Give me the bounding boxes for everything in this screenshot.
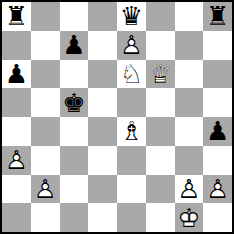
white-pawn-icon: ♙ bbox=[117, 31, 146, 60]
piece-white-queen-f6[interactable]: ♛♕ bbox=[146, 60, 175, 89]
square-d1[interactable] bbox=[88, 203, 117, 232]
piece-black-rook-a8[interactable]: ♜ bbox=[2, 2, 31, 31]
square-g7[interactable] bbox=[175, 31, 204, 60]
square-h2[interactable]: ♟♙ bbox=[203, 175, 232, 204]
square-h3[interactable] bbox=[203, 146, 232, 175]
square-c3[interactable] bbox=[60, 146, 89, 175]
square-d8[interactable] bbox=[88, 2, 117, 31]
square-g3[interactable] bbox=[175, 146, 204, 175]
black-pawn-icon: ♟ bbox=[203, 117, 232, 146]
square-g1[interactable]: ♚♔ bbox=[175, 203, 204, 232]
square-f5[interactable] bbox=[146, 88, 175, 117]
square-h1[interactable] bbox=[203, 203, 232, 232]
square-e4[interactable]: ♝♗ bbox=[117, 117, 146, 146]
square-d2[interactable] bbox=[88, 175, 117, 204]
square-b4[interactable] bbox=[31, 117, 60, 146]
square-c7[interactable]: ♟ bbox=[60, 31, 89, 60]
white-pawn-icon: ♙ bbox=[31, 175, 60, 204]
square-f6[interactable]: ♛♕ bbox=[146, 60, 175, 89]
square-b1[interactable] bbox=[31, 203, 60, 232]
square-f3[interactable] bbox=[146, 146, 175, 175]
square-g2[interactable]: ♟♙ bbox=[175, 175, 204, 204]
square-f2[interactable] bbox=[146, 175, 175, 204]
piece-white-pawn-b2[interactable]: ♟♙ bbox=[31, 175, 60, 204]
piece-black-king-c5[interactable]: ♚ bbox=[60, 88, 89, 117]
black-queen-icon: ♛ bbox=[117, 2, 146, 31]
square-f4[interactable] bbox=[146, 117, 175, 146]
square-e3[interactable] bbox=[117, 146, 146, 175]
white-king-icon: ♔ bbox=[175, 203, 204, 232]
square-e7[interactable]: ♟♙ bbox=[117, 31, 146, 60]
black-pawn-icon: ♟ bbox=[60, 31, 89, 60]
square-a6[interactable]: ♟ bbox=[2, 60, 31, 89]
piece-white-pawn-h2[interactable]: ♟♙ bbox=[203, 175, 232, 204]
piece-white-knight-e6[interactable]: ♞♘ bbox=[117, 60, 146, 89]
square-g8[interactable] bbox=[175, 2, 204, 31]
square-c4[interactable] bbox=[60, 117, 89, 146]
square-a3[interactable]: ♟♙ bbox=[2, 146, 31, 175]
square-f8[interactable] bbox=[146, 2, 175, 31]
square-a1[interactable] bbox=[2, 203, 31, 232]
white-pawn-icon: ♙ bbox=[203, 175, 232, 204]
square-e8[interactable]: ♛ bbox=[117, 2, 146, 31]
piece-black-queen-e8[interactable]: ♛ bbox=[117, 2, 146, 31]
black-king-icon: ♚ bbox=[60, 88, 89, 117]
piece-white-king-g1[interactable]: ♚♔ bbox=[175, 203, 204, 232]
square-h4[interactable]: ♟ bbox=[203, 117, 232, 146]
square-e2[interactable] bbox=[117, 175, 146, 204]
square-g6[interactable] bbox=[175, 60, 204, 89]
square-d5[interactable] bbox=[88, 88, 117, 117]
piece-black-rook-h8[interactable]: ♜ bbox=[203, 2, 232, 31]
square-d7[interactable] bbox=[88, 31, 117, 60]
square-c5[interactable]: ♚ bbox=[60, 88, 89, 117]
square-c2[interactable] bbox=[60, 175, 89, 204]
square-b3[interactable] bbox=[31, 146, 60, 175]
square-c1[interactable] bbox=[60, 203, 89, 232]
piece-black-pawn-a6[interactable]: ♟ bbox=[2, 60, 31, 89]
square-h5[interactable] bbox=[203, 88, 232, 117]
piece-white-pawn-a3[interactable]: ♟♙ bbox=[2, 146, 31, 175]
piece-black-pawn-c7[interactable]: ♟ bbox=[60, 31, 89, 60]
black-pawn-icon: ♟ bbox=[2, 60, 31, 89]
square-b5[interactable] bbox=[31, 88, 60, 117]
square-a4[interactable] bbox=[2, 117, 31, 146]
chess-board: ♜♛♜♟♟♙♟♞♘♛♕♚♝♗♟♟♙♟♙♟♙♟♙♚♔ bbox=[0, 0, 234, 234]
square-b6[interactable] bbox=[31, 60, 60, 89]
piece-white-pawn-e7[interactable]: ♟♙ bbox=[117, 31, 146, 60]
piece-white-pawn-g2[interactable]: ♟♙ bbox=[175, 175, 204, 204]
square-e5[interactable] bbox=[117, 88, 146, 117]
square-d6[interactable] bbox=[88, 60, 117, 89]
square-f1[interactable] bbox=[146, 203, 175, 232]
white-queen-icon: ♕ bbox=[146, 60, 175, 89]
square-g4[interactable] bbox=[175, 117, 204, 146]
square-b2[interactable]: ♟♙ bbox=[31, 175, 60, 204]
square-h7[interactable] bbox=[203, 31, 232, 60]
square-b8[interactable] bbox=[31, 2, 60, 31]
square-a2[interactable] bbox=[2, 175, 31, 204]
square-c8[interactable] bbox=[60, 2, 89, 31]
piece-black-pawn-h4[interactable]: ♟ bbox=[203, 117, 232, 146]
black-rook-icon: ♜ bbox=[203, 2, 232, 31]
square-f7[interactable] bbox=[146, 31, 175, 60]
white-bishop-icon: ♗ bbox=[117, 117, 146, 146]
black-rook-icon: ♜ bbox=[2, 2, 31, 31]
square-g5[interactable] bbox=[175, 88, 204, 117]
square-b7[interactable] bbox=[31, 31, 60, 60]
white-pawn-icon: ♙ bbox=[175, 175, 204, 204]
square-d3[interactable] bbox=[88, 146, 117, 175]
square-d4[interactable] bbox=[88, 117, 117, 146]
piece-white-bishop-e4[interactable]: ♝♗ bbox=[117, 117, 146, 146]
square-h8[interactable]: ♜ bbox=[203, 2, 232, 31]
square-c6[interactable] bbox=[60, 60, 89, 89]
square-e6[interactable]: ♞♘ bbox=[117, 60, 146, 89]
square-a5[interactable] bbox=[2, 88, 31, 117]
white-pawn-icon: ♙ bbox=[2, 146, 31, 175]
square-a8[interactable]: ♜ bbox=[2, 2, 31, 31]
square-e1[interactable] bbox=[117, 203, 146, 232]
square-a7[interactable] bbox=[2, 31, 31, 60]
white-knight-icon: ♘ bbox=[117, 60, 146, 89]
chess-diagram: ♜♛♜♟♟♙♟♞♘♛♕♚♝♗♟♟♙♟♙♟♙♟♙♚♔ bbox=[0, 0, 234, 234]
square-h6[interactable] bbox=[203, 60, 232, 89]
